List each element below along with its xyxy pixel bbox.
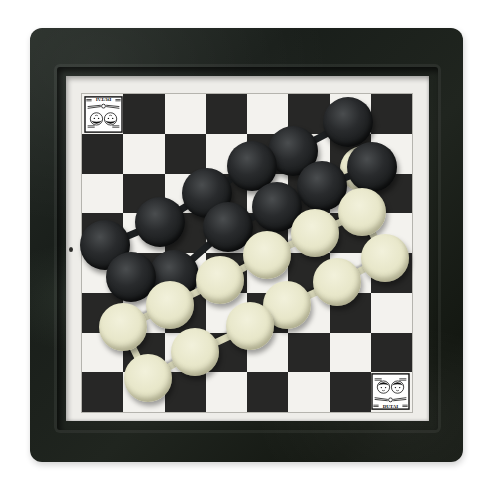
white-checker[interactable] <box>124 354 172 402</box>
white-checker[interactable] <box>361 234 409 282</box>
white-checker[interactable] <box>338 188 386 236</box>
white-checker[interactable] <box>226 302 274 350</box>
white-checker[interactable] <box>291 209 339 257</box>
white-checker[interactable] <box>196 256 244 304</box>
white-checker[interactable] <box>171 328 219 376</box>
black-checker[interactable] <box>347 142 397 192</box>
white-checker[interactable] <box>313 258 361 306</box>
white-checker[interactable] <box>99 303 147 351</box>
product-photo: DUTAI <box>0 0 499 500</box>
white-checker[interactable] <box>243 231 291 279</box>
pieces-layer <box>0 0 499 500</box>
white-checker[interactable] <box>146 281 194 329</box>
black-checker[interactable] <box>323 97 373 147</box>
black-checker[interactable] <box>135 197 185 247</box>
